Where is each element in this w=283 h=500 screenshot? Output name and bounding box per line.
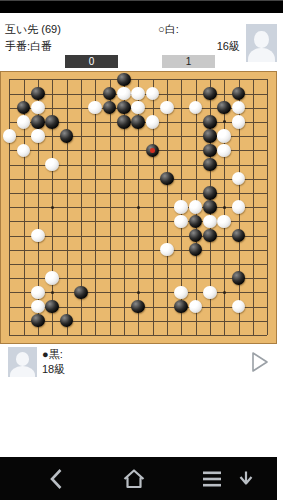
black-stone <box>103 101 117 115</box>
game-info-header: 互い先 (69) 手番:白番 ○白: 16級 0 1 <box>0 13 283 71</box>
white-player-rank: 16級 <box>217 39 240 54</box>
black-stone <box>160 172 174 186</box>
black-player-avatar <box>8 347 37 377</box>
grid-line <box>9 321 267 322</box>
turn-indicator-label: 手番:白番 <box>5 39 52 54</box>
star-point <box>223 206 226 209</box>
white-stone <box>203 286 217 300</box>
white-stone <box>232 200 246 214</box>
white-stone <box>217 144 231 158</box>
play-triangle-icon <box>247 350 271 374</box>
black-stone <box>189 243 203 257</box>
black-stone <box>45 115 59 129</box>
white-stone <box>174 286 188 300</box>
white-stone <box>232 300 246 314</box>
android-nav-bar <box>0 457 283 500</box>
black-stone <box>232 87 246 101</box>
white-stone <box>117 87 131 101</box>
white-stone <box>189 101 203 115</box>
black-stone <box>31 115 45 129</box>
arrow-down-icon[interactable] <box>236 469 256 493</box>
black-stone <box>60 314 74 328</box>
grid-line <box>253 79 254 335</box>
white-stone <box>31 300 45 314</box>
star-point <box>137 206 140 209</box>
black-stone <box>45 300 59 314</box>
black-captures-counter: 0 <box>65 55 118 68</box>
black-stone <box>74 286 88 300</box>
black-stone <box>203 87 217 101</box>
white-stone <box>160 243 174 257</box>
star-point <box>223 291 226 294</box>
grid-line <box>267 79 268 335</box>
menu-icon[interactable] <box>199 466 225 496</box>
white-stone <box>3 129 17 143</box>
black-stone <box>189 229 203 243</box>
grid-line <box>9 335 267 336</box>
grid-line <box>9 236 267 237</box>
white-stone <box>203 215 217 229</box>
star-point <box>223 120 226 123</box>
black-player-rank: 18級 <box>42 362 65 377</box>
black-stone <box>60 129 74 143</box>
white-stone <box>45 271 59 285</box>
white-stone <box>217 215 231 229</box>
black-stone <box>203 129 217 143</box>
white-stone <box>17 144 31 158</box>
white-captures-counter: 1 <box>162 55 215 68</box>
black-stone <box>117 101 131 115</box>
black-stone <box>131 115 145 129</box>
back-icon[interactable] <box>44 466 70 496</box>
white-stone <box>131 101 145 115</box>
black-stone <box>203 158 217 172</box>
screenshot-right-margin <box>277 13 283 500</box>
black-stone <box>31 87 45 101</box>
black-stone <box>232 271 246 285</box>
home-icon[interactable] <box>121 466 147 496</box>
black-stone <box>203 229 217 243</box>
black-stone <box>31 314 45 328</box>
white-player-label: ○白: <box>158 22 179 37</box>
black-stone <box>232 229 246 243</box>
go-board[interactable] <box>0 71 277 344</box>
white-stone <box>174 200 188 214</box>
white-stone <box>17 115 31 129</box>
star-point <box>137 291 140 294</box>
black-stone <box>203 200 217 214</box>
white-stone <box>232 115 246 129</box>
grid-line <box>167 79 168 335</box>
black-stone <box>131 300 145 314</box>
white-stone <box>189 200 203 214</box>
black-player-label: ●黒: <box>42 347 63 362</box>
white-stone <box>232 172 246 186</box>
black-stone <box>203 144 217 158</box>
white-stone <box>146 87 160 101</box>
black-stone <box>17 101 31 115</box>
white-stone <box>45 158 59 172</box>
white-player-avatar <box>246 24 277 62</box>
star-point <box>51 206 54 209</box>
black-stone <box>217 101 231 115</box>
grid-line <box>9 264 267 265</box>
black-stone <box>117 73 131 87</box>
avatar-silhouette-icon <box>254 31 268 48</box>
white-stone <box>88 101 102 115</box>
black-stone <box>203 186 217 200</box>
black-stone <box>189 215 203 229</box>
white-stone <box>160 101 174 115</box>
status-bar <box>0 0 283 14</box>
white-stone <box>232 101 246 115</box>
match-type-label: 互い先 (69) <box>5 22 61 37</box>
avatar-silhouette-icon <box>16 352 29 366</box>
black-stone <box>203 115 217 129</box>
white-stone <box>31 229 45 243</box>
white-stone <box>189 300 203 314</box>
app-screen: 互い先 (69) 手番:白番 ○白: 16級 0 1 ●黒: 18級 <box>0 0 283 500</box>
white-stone <box>217 129 231 143</box>
white-stone <box>31 286 45 300</box>
last-move-marker <box>150 148 155 153</box>
white-stone <box>31 129 45 143</box>
grid-line <box>9 250 267 251</box>
black-stone <box>117 115 131 129</box>
star-point <box>51 291 54 294</box>
black-stone <box>146 144 160 158</box>
black-stone <box>103 87 117 101</box>
play-button[interactable] <box>247 350 271 374</box>
white-stone <box>146 115 160 129</box>
white-stone <box>174 215 188 229</box>
black-player-bar: ●黒: 18級 <box>0 344 283 380</box>
black-stone <box>174 300 188 314</box>
white-stone <box>31 101 45 115</box>
white-stone <box>131 87 145 101</box>
